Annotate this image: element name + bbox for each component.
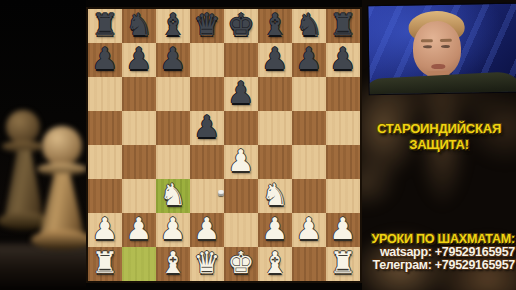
square-g7[interactable]: ♟ (292, 43, 326, 77)
contact-telegram: Телеграм: +79529165957 (362, 259, 515, 272)
square-g4[interactable] (292, 145, 326, 179)
piece-white-queen[interactable]: ♛ (194, 248, 221, 278)
streamer-jacket (367, 71, 516, 96)
square-d2[interactable]: ♟ (190, 213, 224, 247)
square-h1[interactable]: ♜ (326, 247, 360, 281)
piece-white-pawn[interactable]: ♟ (228, 146, 255, 176)
square-b3[interactable] (122, 179, 156, 213)
piece-black-rook[interactable]: ♜ (92, 10, 119, 40)
square-a3[interactable] (88, 179, 122, 213)
square-h5[interactable] (326, 111, 360, 145)
cursor-dot (218, 190, 224, 196)
square-a1[interactable]: ♜ (88, 247, 122, 281)
square-g6[interactable] (292, 77, 326, 111)
piece-white-pawn[interactable]: ♟ (92, 214, 119, 244)
square-c6[interactable] (156, 77, 190, 111)
square-c3[interactable]: ♞ (156, 179, 190, 213)
piece-black-knight[interactable]: ♞ (126, 10, 153, 40)
square-g3[interactable] (292, 179, 326, 213)
piece-white-pawn[interactable]: ♟ (296, 214, 323, 244)
piece-black-queen[interactable]: ♛ (194, 10, 221, 40)
square-h4[interactable] (326, 145, 360, 179)
square-f5[interactable] (258, 111, 292, 145)
square-d5[interactable]: ♟ (190, 111, 224, 145)
square-c5[interactable] (156, 111, 190, 145)
square-b6[interactable] (122, 77, 156, 111)
piece-black-bishop[interactable]: ♝ (262, 10, 289, 40)
piece-black-rook[interactable]: ♜ (330, 10, 357, 40)
pawn-head-shape (42, 126, 82, 166)
square-f4[interactable] (258, 145, 292, 179)
piece-black-bishop[interactable]: ♝ (160, 10, 187, 40)
contact-info: УРОКИ ПО ШАХМАТАМ: watsapp: +79529165957… (362, 233, 515, 272)
piece-white-rook[interactable]: ♜ (330, 248, 357, 278)
piece-black-pawn[interactable]: ♟ (194, 112, 221, 142)
streamer-eyebrow (440, 39, 452, 42)
square-d4[interactable] (190, 145, 224, 179)
square-h7[interactable]: ♟ (326, 43, 360, 77)
square-h2[interactable]: ♟ (326, 213, 360, 247)
piece-white-pawn[interactable]: ♟ (330, 214, 357, 244)
square-f7[interactable]: ♟ (258, 43, 292, 77)
square-c2[interactable]: ♟ (156, 213, 190, 247)
piece-black-pawn[interactable]: ♟ (296, 44, 323, 74)
piece-black-pawn[interactable]: ♟ (92, 44, 119, 74)
square-c1[interactable]: ♝ (156, 247, 190, 281)
square-f2[interactable]: ♟ (258, 213, 292, 247)
square-f8[interactable]: ♝ (258, 9, 292, 43)
streamer-mouth (431, 64, 445, 69)
square-a2[interactable]: ♟ (88, 213, 122, 247)
square-c8[interactable]: ♝ (156, 9, 190, 43)
square-e2[interactable] (224, 213, 258, 247)
piece-white-knight[interactable]: ♞ (160, 180, 187, 210)
piece-white-pawn[interactable]: ♟ (160, 214, 187, 244)
square-d1[interactable]: ♛ (190, 247, 224, 281)
piece-black-pawn[interactable]: ♟ (126, 44, 153, 74)
piece-white-bishop[interactable]: ♝ (160, 248, 187, 278)
square-d7[interactable] (190, 43, 224, 77)
piece-black-pawn[interactable]: ♟ (228, 78, 255, 108)
square-g8[interactable]: ♞ (292, 9, 326, 43)
chess-board-frame: ♜♞♝♛♚♝♞♜♟♟♟♟♟♟♟♟♟♞♞♟♟♟♟♟♟♟♜♝♛♚♝♜ (86, 7, 362, 283)
square-f3[interactable]: ♞ (258, 179, 292, 213)
square-g2[interactable]: ♟ (292, 213, 326, 247)
square-f1[interactable]: ♝ (258, 247, 292, 281)
stream-title-line2: ЗАЩИТА! (362, 137, 516, 153)
square-g5[interactable] (292, 111, 326, 145)
square-h3[interactable] (326, 179, 360, 213)
square-a8[interactable]: ♜ (88, 9, 122, 43)
square-a7[interactable]: ♟ (88, 43, 122, 77)
square-f6[interactable] (258, 77, 292, 111)
video-frame: ♜♞♝♛♚♝♞♜♟♟♟♟♟♟♟♟♟♞♞♟♟♟♟♟♟♟♜♝♛♚♝♜ СТАРОИН… (0, 0, 516, 290)
piece-white-knight[interactable]: ♞ (262, 180, 289, 210)
square-e6[interactable]: ♟ (224, 77, 258, 111)
streamer-eye (423, 45, 432, 48)
square-d6[interactable] (190, 77, 224, 111)
square-e3[interactable] (224, 179, 258, 213)
square-e7[interactable] (224, 43, 258, 77)
square-b4[interactable] (122, 145, 156, 179)
background-photo-right: СТАРОИНДИЙСКАЯ ЗАЩИТА! УРОКИ ПО ШАХМАТАМ… (362, 0, 516, 290)
chess-board[interactable]: ♜♞♝♛♚♝♞♜♟♟♟♟♟♟♟♟♟♞♞♟♟♟♟♟♟♟♜♝♛♚♝♜ (88, 9, 360, 281)
piece-white-king[interactable]: ♚ (228, 248, 255, 278)
streamer-webcam (367, 3, 516, 96)
streamer-eye (441, 45, 450, 48)
square-c7[interactable]: ♟ (156, 43, 190, 77)
piece-black-pawn[interactable]: ♟ (262, 44, 289, 74)
streamer-face (413, 21, 462, 78)
square-b7[interactable]: ♟ (122, 43, 156, 77)
square-b1[interactable] (122, 247, 156, 281)
square-c4[interactable] (156, 145, 190, 179)
pawn-base-shape (31, 230, 86, 250)
piece-white-pawn[interactable]: ♟ (194, 214, 221, 244)
square-e1[interactable]: ♚ (224, 247, 258, 281)
square-d3[interactable] (190, 179, 224, 213)
square-a5[interactable] (88, 111, 122, 145)
piece-black-pawn[interactable]: ♟ (330, 44, 357, 74)
square-g1[interactable] (292, 247, 326, 281)
square-b2[interactable]: ♟ (122, 213, 156, 247)
piece-white-pawn[interactable]: ♟ (262, 214, 289, 244)
square-a4[interactable] (88, 145, 122, 179)
stream-title-line1: СТАРОИНДИЙСКАЯ (362, 121, 516, 137)
square-h8[interactable]: ♜ (326, 9, 360, 43)
piece-white-bishop[interactable]: ♝ (262, 248, 289, 278)
square-e8[interactable]: ♚ (224, 9, 258, 43)
piece-white-pawn[interactable]: ♟ (126, 214, 153, 244)
piece-black-king[interactable]: ♚ (228, 10, 255, 40)
streamer-eyebrow (421, 39, 433, 42)
square-b5[interactable] (122, 111, 156, 145)
square-a6[interactable] (88, 77, 122, 111)
stream-title: СТАРОИНДИЙСКАЯ ЗАЩИТА! (362, 121, 516, 153)
square-h6[interactable] (326, 77, 360, 111)
pawn-body-shape (34, 173, 86, 235)
square-d8[interactable]: ♛ (190, 9, 224, 43)
square-e5[interactable] (224, 111, 258, 145)
background-pawn-icon (34, 126, 86, 266)
piece-black-knight[interactable]: ♞ (296, 10, 323, 40)
square-b8[interactable]: ♞ (122, 9, 156, 43)
background-photo-left (0, 0, 86, 290)
piece-white-rook[interactable]: ♜ (92, 248, 119, 278)
square-e4[interactable]: ♟ (224, 145, 258, 179)
piece-black-pawn[interactable]: ♟ (160, 44, 187, 74)
